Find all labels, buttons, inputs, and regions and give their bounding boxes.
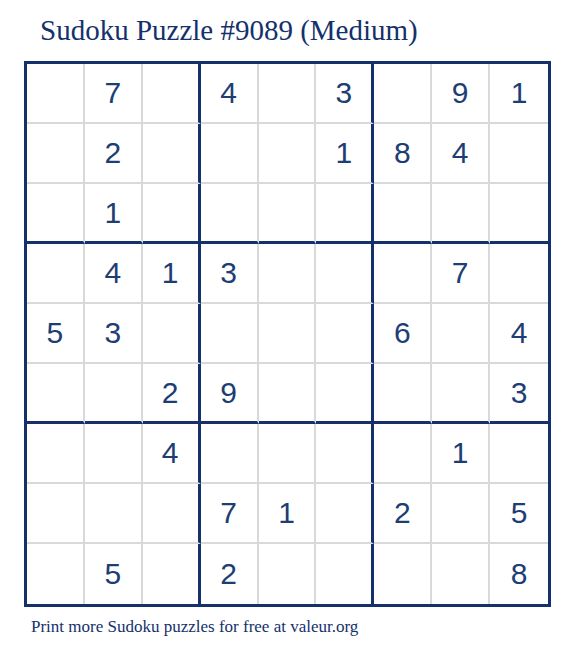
sudoku-cell-r2c6[interactable]: 1 — [316, 124, 374, 184]
sudoku-cell-r8c4[interactable]: 7 — [201, 484, 259, 544]
sudoku-cell-r8c5[interactable]: 1 — [259, 484, 317, 544]
sudoku-cell-r3c4[interactable] — [201, 184, 259, 244]
sudoku-cell-r1c8[interactable]: 9 — [432, 64, 490, 124]
sudoku-cell-r7c3[interactable]: 4 — [143, 424, 201, 484]
sudoku-cell-r2c4[interactable] — [201, 124, 259, 184]
sudoku-cell-r5c3[interactable] — [143, 304, 201, 364]
footer-text: Print more Sudoku puzzles for free at va… — [31, 617, 358, 637]
sudoku-cell-r1c6[interactable]: 3 — [316, 64, 374, 124]
sudoku-cell-r2c9[interactable] — [490, 124, 548, 184]
sudoku-cell-r5c9[interactable]: 4 — [490, 304, 548, 364]
sudoku-cell-r8c9[interactable]: 5 — [490, 484, 548, 544]
sudoku-board: 743912184141375364293417125528 — [24, 61, 551, 607]
sudoku-cell-r6c9[interactable]: 3 — [490, 364, 548, 424]
sudoku-cell-r1c4[interactable]: 4 — [201, 64, 259, 124]
sudoku-cell-r4c4[interactable]: 3 — [201, 244, 259, 304]
sudoku-cell-r2c8[interactable]: 4 — [432, 124, 490, 184]
sudoku-cell-r6c6[interactable] — [316, 364, 374, 424]
sudoku-cell-r9c6[interactable] — [316, 544, 374, 604]
sudoku-cell-r5c1[interactable]: 5 — [27, 304, 85, 364]
sudoku-cell-r6c7[interactable] — [374, 364, 432, 424]
sudoku-cell-r9c1[interactable] — [27, 544, 85, 604]
sudoku-cell-r8c6[interactable] — [316, 484, 374, 544]
sudoku-cell-r4c6[interactable] — [316, 244, 374, 304]
sudoku-cell-r5c7[interactable]: 6 — [374, 304, 432, 364]
sudoku-cell-r2c3[interactable] — [143, 124, 201, 184]
sudoku-cell-r3c7[interactable] — [374, 184, 432, 244]
sudoku-cell-r2c5[interactable] — [259, 124, 317, 184]
sudoku-cell-r3c5[interactable] — [259, 184, 317, 244]
sudoku-cell-r4c7[interactable] — [374, 244, 432, 304]
sudoku-cell-r1c1[interactable] — [27, 64, 85, 124]
sudoku-cell-r1c9[interactable]: 1 — [490, 64, 548, 124]
sudoku-cell-r6c3[interactable]: 2 — [143, 364, 201, 424]
sudoku-cell-r1c2[interactable]: 7 — [85, 64, 143, 124]
sudoku-cell-r7c5[interactable] — [259, 424, 317, 484]
sudoku-page: Sudoku Puzzle #9089 (Medium) 74391218414… — [0, 0, 574, 651]
sudoku-cell-r5c5[interactable] — [259, 304, 317, 364]
sudoku-cell-r1c3[interactable] — [143, 64, 201, 124]
sudoku-cell-r4c2[interactable]: 4 — [85, 244, 143, 304]
sudoku-cell-r5c2[interactable]: 3 — [85, 304, 143, 364]
sudoku-cell-r7c1[interactable] — [27, 424, 85, 484]
sudoku-cell-r8c1[interactable] — [27, 484, 85, 544]
sudoku-cell-r7c7[interactable] — [374, 424, 432, 484]
sudoku-cell-r3c3[interactable] — [143, 184, 201, 244]
sudoku-cell-r9c8[interactable] — [432, 544, 490, 604]
sudoku-cell-r7c6[interactable] — [316, 424, 374, 484]
sudoku-cell-r4c1[interactable] — [27, 244, 85, 304]
page-title: Sudoku Puzzle #9089 (Medium) — [40, 14, 418, 47]
sudoku-cell-r3c9[interactable] — [490, 184, 548, 244]
sudoku-cell-r6c5[interactable] — [259, 364, 317, 424]
sudoku-cell-r8c3[interactable] — [143, 484, 201, 544]
sudoku-cell-r7c2[interactable] — [85, 424, 143, 484]
sudoku-cell-r2c2[interactable]: 2 — [85, 124, 143, 184]
sudoku-cell-r1c5[interactable] — [259, 64, 317, 124]
sudoku-cell-r6c2[interactable] — [85, 364, 143, 424]
sudoku-cell-r9c3[interactable] — [143, 544, 201, 604]
sudoku-cell-r6c4[interactable]: 9 — [201, 364, 259, 424]
sudoku-cell-r3c2[interactable]: 1 — [85, 184, 143, 244]
sudoku-cell-r2c7[interactable]: 8 — [374, 124, 432, 184]
sudoku-cell-r5c4[interactable] — [201, 304, 259, 364]
sudoku-cell-r7c9[interactable] — [490, 424, 548, 484]
sudoku-cell-r4c5[interactable] — [259, 244, 317, 304]
sudoku-cell-r4c3[interactable]: 1 — [143, 244, 201, 304]
sudoku-cell-r8c8[interactable] — [432, 484, 490, 544]
sudoku-cell-r2c1[interactable] — [27, 124, 85, 184]
sudoku-cell-r3c8[interactable] — [432, 184, 490, 244]
sudoku-cell-r5c8[interactable] — [432, 304, 490, 364]
sudoku-cell-r5c6[interactable] — [316, 304, 374, 364]
sudoku-cell-r7c4[interactable] — [201, 424, 259, 484]
sudoku-cell-r4c9[interactable] — [490, 244, 548, 304]
sudoku-cell-r7c8[interactable]: 1 — [432, 424, 490, 484]
sudoku-cell-r9c7[interactable] — [374, 544, 432, 604]
sudoku-cell-r9c4[interactable]: 2 — [201, 544, 259, 604]
sudoku-cell-r9c2[interactable]: 5 — [85, 544, 143, 604]
sudoku-cell-r6c1[interactable] — [27, 364, 85, 424]
sudoku-cell-r8c2[interactable] — [85, 484, 143, 544]
sudoku-cell-r3c1[interactable] — [27, 184, 85, 244]
sudoku-cell-r4c8[interactable]: 7 — [432, 244, 490, 304]
sudoku-cell-r6c8[interactable] — [432, 364, 490, 424]
sudoku-cell-r9c9[interactable]: 8 — [490, 544, 548, 604]
sudoku-cell-r9c5[interactable] — [259, 544, 317, 604]
sudoku-cell-r1c7[interactable] — [374, 64, 432, 124]
sudoku-cell-r8c7[interactable]: 2 — [374, 484, 432, 544]
sudoku-cell-r3c6[interactable] — [316, 184, 374, 244]
